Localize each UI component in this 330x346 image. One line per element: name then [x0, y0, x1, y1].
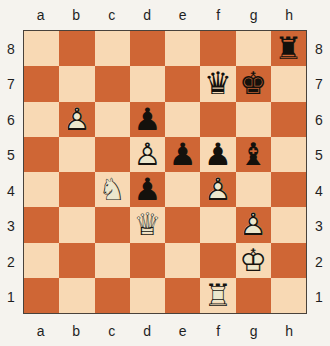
piece-white-knight[interactable]: ♞♘ — [95, 172, 130, 207]
rank-label-2: 2 — [308, 244, 330, 280]
rank-label-1: 1 — [0, 280, 22, 316]
square-g3[interactable]: ♟♙ — [236, 207, 271, 242]
file-label-h: h — [272, 0, 308, 30]
square-a1[interactable] — [24, 278, 59, 313]
square-b6[interactable]: ♟♙ — [59, 102, 94, 137]
rank-labels-left: 87654321 — [0, 31, 22, 315]
square-e6[interactable] — [165, 102, 200, 137]
piece-black-pawn[interactable]: ♟ — [200, 137, 235, 172]
black-piece-glyph: ♛ — [200, 66, 235, 101]
square-e2[interactable] — [165, 243, 200, 278]
file-label-d: d — [130, 0, 166, 30]
square-g6[interactable] — [236, 102, 271, 137]
square-e5[interactable]: ♟ — [165, 137, 200, 172]
file-label-h: h — [272, 316, 308, 346]
square-d3[interactable]: ♛♕ — [130, 207, 165, 242]
square-d1[interactable] — [130, 278, 165, 313]
square-d2[interactable] — [130, 243, 165, 278]
piece-black-pawn[interactable]: ♟ — [130, 102, 165, 137]
square-f6[interactable] — [200, 102, 235, 137]
piece-white-pawn[interactable]: ♟♙ — [200, 172, 235, 207]
black-piece-glyph: ♟ — [200, 137, 235, 172]
black-piece-glyph: ♟ — [130, 102, 165, 137]
square-d8[interactable] — [130, 31, 165, 66]
square-f3[interactable] — [200, 207, 235, 242]
file-label-c: c — [94, 316, 130, 346]
square-c5[interactable] — [95, 137, 130, 172]
piece-white-pawn[interactable]: ♟♙ — [236, 207, 271, 242]
white-piece-outline: ♕ — [130, 207, 165, 242]
square-e4[interactable] — [165, 172, 200, 207]
file-label-e: e — [165, 316, 201, 346]
piece-black-pawn[interactable]: ♟ — [130, 172, 165, 207]
rank-label-2: 2 — [0, 244, 22, 280]
square-c2[interactable] — [95, 243, 130, 278]
square-c6[interactable] — [95, 102, 130, 137]
square-f1[interactable]: ♜♖ — [200, 278, 235, 313]
square-b7[interactable] — [59, 66, 94, 101]
square-e3[interactable] — [165, 207, 200, 242]
square-h3[interactable] — [271, 207, 306, 242]
file-label-a: a — [23, 316, 59, 346]
square-a2[interactable] — [24, 243, 59, 278]
square-a3[interactable] — [24, 207, 59, 242]
file-label-g: g — [236, 0, 272, 30]
square-b4[interactable] — [59, 172, 94, 207]
file-label-c: c — [94, 0, 130, 30]
white-piece-outline: ♔ — [236, 243, 271, 278]
black-piece-glyph: ♚ — [236, 66, 271, 101]
square-b3[interactable] — [59, 207, 94, 242]
square-a8[interactable] — [24, 31, 59, 66]
file-labels-bottom: abcdefgh — [23, 316, 307, 346]
rank-label-6: 6 — [0, 102, 22, 138]
square-c7[interactable] — [95, 66, 130, 101]
rank-label-4: 4 — [308, 173, 330, 209]
piece-black-pawn[interactable]: ♟ — [165, 137, 200, 172]
square-c4[interactable]: ♞♘ — [95, 172, 130, 207]
file-label-e: e — [165, 0, 201, 30]
piece-white-king[interactable]: ♚♔ — [236, 243, 271, 278]
rank-label-5: 5 — [0, 138, 22, 174]
rank-label-1: 1 — [308, 280, 330, 316]
white-piece-outline: ♙ — [200, 172, 235, 207]
square-h5[interactable] — [271, 137, 306, 172]
piece-white-queen[interactable]: ♛♕ — [130, 207, 165, 242]
file-label-g: g — [236, 316, 272, 346]
file-label-b: b — [59, 0, 95, 30]
square-d4[interactable]: ♟ — [130, 172, 165, 207]
square-f8[interactable] — [200, 31, 235, 66]
square-c8[interactable] — [95, 31, 130, 66]
square-g4[interactable] — [236, 172, 271, 207]
square-b2[interactable] — [59, 243, 94, 278]
square-h1[interactable] — [271, 278, 306, 313]
square-h8[interactable]: ♜ — [271, 31, 306, 66]
black-piece-glyph: ♟ — [165, 137, 200, 172]
black-piece-glyph: ♜ — [271, 31, 306, 66]
rank-label-3: 3 — [0, 209, 22, 245]
square-a7[interactable] — [24, 66, 59, 101]
white-piece-outline: ♖ — [200, 278, 235, 313]
square-b8[interactable] — [59, 31, 94, 66]
square-c3[interactable] — [95, 207, 130, 242]
square-b1[interactable] — [59, 278, 94, 313]
square-d5[interactable]: ♟♙ — [130, 137, 165, 172]
piece-white-pawn[interactable]: ♟♙ — [130, 137, 165, 172]
square-g1[interactable] — [236, 278, 271, 313]
square-h4[interactable] — [271, 172, 306, 207]
piece-black-bishop[interactable]: ♝ — [236, 137, 271, 172]
square-f5[interactable]: ♟ — [200, 137, 235, 172]
square-e7[interactable] — [165, 66, 200, 101]
square-b5[interactable] — [59, 137, 94, 172]
piece-black-rook[interactable]: ♜ — [271, 31, 306, 66]
rank-labels-right: 87654321 — [308, 31, 330, 315]
square-g2[interactable]: ♚♔ — [236, 243, 271, 278]
piece-white-rook[interactable]: ♜♖ — [200, 278, 235, 313]
black-piece-glyph: ♟ — [130, 172, 165, 207]
rank-label-8: 8 — [308, 31, 330, 67]
piece-black-queen[interactable]: ♛ — [200, 66, 235, 101]
white-piece-outline: ♙ — [130, 137, 165, 172]
square-g8[interactable] — [236, 31, 271, 66]
square-h6[interactable] — [271, 102, 306, 137]
square-h2[interactable] — [271, 243, 306, 278]
piece-black-king[interactable]: ♚ — [236, 66, 271, 101]
square-a4[interactable] — [24, 172, 59, 207]
rank-label-5: 5 — [308, 138, 330, 174]
black-piece-glyph: ♝ — [236, 137, 271, 172]
file-label-b: b — [59, 316, 95, 346]
square-a5[interactable] — [24, 137, 59, 172]
chess-board: ♜♛♚♟♙♟♟♙♟♟♝♞♘♟♟♙♛♕♟♙♚♔♜♖ — [23, 30, 307, 314]
piece-white-pawn[interactable]: ♟♙ — [59, 102, 94, 137]
rank-label-7: 7 — [0, 67, 22, 103]
file-label-d: d — [130, 316, 166, 346]
square-h7[interactable] — [271, 66, 306, 101]
rank-label-7: 7 — [308, 67, 330, 103]
square-g5[interactable]: ♝ — [236, 137, 271, 172]
white-piece-outline: ♙ — [59, 102, 94, 137]
square-f4[interactable]: ♟♙ — [200, 172, 235, 207]
square-f7[interactable]: ♛ — [200, 66, 235, 101]
file-labels-top: abcdefgh — [23, 0, 307, 30]
square-c1[interactable] — [95, 278, 130, 313]
white-piece-outline: ♙ — [236, 207, 271, 242]
square-e8[interactable] — [165, 31, 200, 66]
file-label-a: a — [23, 0, 59, 30]
file-label-f: f — [201, 0, 237, 30]
rank-label-8: 8 — [0, 31, 22, 67]
white-piece-outline: ♘ — [95, 172, 130, 207]
chess-diagram: abcdefgh 87654321 87654321 ♜♛♚♟♙♟♟♙♟♟♝♞♘… — [0, 0, 330, 346]
rank-label-3: 3 — [308, 209, 330, 245]
file-label-f: f — [201, 316, 237, 346]
rank-label-4: 4 — [0, 173, 22, 209]
square-d7[interactable] — [130, 66, 165, 101]
square-g7[interactable]: ♚ — [236, 66, 271, 101]
rank-label-6: 6 — [308, 102, 330, 138]
square-f2[interactable] — [200, 243, 235, 278]
square-a6[interactable] — [24, 102, 59, 137]
square-d6[interactable]: ♟ — [130, 102, 165, 137]
square-e1[interactable] — [165, 278, 200, 313]
